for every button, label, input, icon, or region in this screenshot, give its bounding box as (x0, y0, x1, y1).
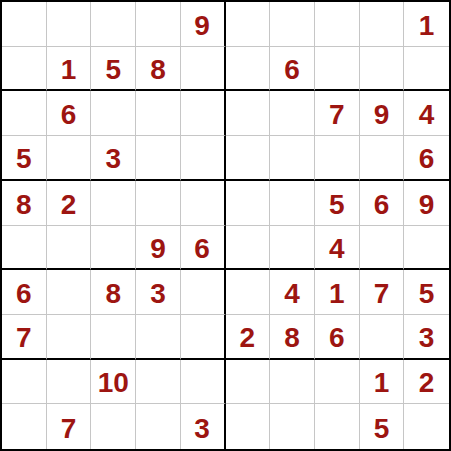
cell-r9-c4-empty[interactable] (136, 360, 181, 405)
cell-r10-c4-empty[interactable] (136, 404, 181, 449)
cell-r7-c8-given[interactable]: 1 (315, 270, 360, 315)
cell-r5-c1-given[interactable]: 8 (2, 181, 47, 226)
cell-r8-c8-given[interactable]: 6 (315, 315, 360, 360)
cell-r1-c6-empty[interactable] (226, 2, 271, 47)
cell-r3-c6-empty[interactable] (226, 91, 271, 136)
cell-r6-c10-empty[interactable] (404, 226, 449, 271)
cell-r8-c10-given[interactable]: 3 (404, 315, 449, 360)
cell-r2-c8-empty[interactable] (315, 47, 360, 92)
cell-r8-c4-empty[interactable] (136, 315, 181, 360)
cell-r10-c8-empty[interactable] (315, 404, 360, 449)
cell-r4-c5-empty[interactable] (181, 136, 226, 181)
cell-r4-c9-empty[interactable] (360, 136, 405, 181)
cell-r4-c7-empty[interactable] (270, 136, 315, 181)
cell-r1-c3-empty[interactable] (91, 2, 136, 47)
cell-r3-c9-given[interactable]: 9 (360, 91, 405, 136)
cell-r6-c6-empty[interactable] (226, 226, 271, 271)
cell-r1-c4-empty[interactable] (136, 2, 181, 47)
cell-r4-c1-given[interactable]: 5 (2, 136, 47, 181)
cell-r5-c2-given[interactable]: 2 (47, 181, 92, 226)
cell-r7-c9-given[interactable]: 7 (360, 270, 405, 315)
cell-r5-c8-given[interactable]: 5 (315, 181, 360, 226)
cell-r2-c9-empty[interactable] (360, 47, 405, 92)
cell-r2-c3-given[interactable]: 5 (91, 47, 136, 92)
cell-r7-c2-empty[interactable] (47, 270, 92, 315)
cell-r4-c4-empty[interactable] (136, 136, 181, 181)
cell-r9-c5-empty[interactable] (181, 360, 226, 405)
cell-r6-c3-empty[interactable] (91, 226, 136, 271)
cell-r8-c3-empty[interactable] (91, 315, 136, 360)
cell-r7-c7-given[interactable]: 4 (270, 270, 315, 315)
cell-r10-c10-empty[interactable] (404, 404, 449, 449)
cell-r5-c7-empty[interactable] (270, 181, 315, 226)
cell-r9-c3-given[interactable]: 10 (91, 360, 136, 405)
cell-r5-c9-given[interactable]: 6 (360, 181, 405, 226)
cell-r2-c7-given[interactable]: 6 (270, 47, 315, 92)
cell-r6-c4-given[interactable]: 9 (136, 226, 181, 271)
cell-r10-c1-empty[interactable] (2, 404, 47, 449)
cell-r6-c1-empty[interactable] (2, 226, 47, 271)
cell-r7-c6-empty[interactable] (226, 270, 271, 315)
cell-r7-c4-given[interactable]: 3 (136, 270, 181, 315)
cell-r2-c5-empty[interactable] (181, 47, 226, 92)
cell-r6-c2-empty[interactable] (47, 226, 92, 271)
cell-r3-c1-empty[interactable] (2, 91, 47, 136)
cell-r10-c9-given[interactable]: 5 (360, 404, 405, 449)
cell-r4-c10-given[interactable]: 6 (404, 136, 449, 181)
cell-r10-c2-given[interactable]: 7 (47, 404, 92, 449)
cell-r3-c4-empty[interactable] (136, 91, 181, 136)
cell-r8-c2-empty[interactable] (47, 315, 92, 360)
cell-r7-c1-given[interactable]: 6 (2, 270, 47, 315)
cell-r8-c5-empty[interactable] (181, 315, 226, 360)
cell-r9-c1-empty[interactable] (2, 360, 47, 405)
cell-r4-c6-empty[interactable] (226, 136, 271, 181)
cell-r8-c7-given[interactable]: 8 (270, 315, 315, 360)
cell-r1-c10-given[interactable]: 1 (404, 2, 449, 47)
cell-r7-c10-given[interactable]: 5 (404, 270, 449, 315)
cell-r2-c4-given[interactable]: 8 (136, 47, 181, 92)
cell-r1-c1-empty[interactable] (2, 2, 47, 47)
cell-r3-c10-given[interactable]: 4 (404, 91, 449, 136)
cell-r3-c2-given[interactable]: 6 (47, 91, 92, 136)
cell-r5-c5-empty[interactable] (181, 181, 226, 226)
cell-r3-c7-empty[interactable] (270, 91, 315, 136)
cell-r3-c5-empty[interactable] (181, 91, 226, 136)
cell-r9-c6-empty[interactable] (226, 360, 271, 405)
cell-r2-c10-empty[interactable] (404, 47, 449, 92)
cell-r5-c3-empty[interactable] (91, 181, 136, 226)
cell-r9-c9-given[interactable]: 1 (360, 360, 405, 405)
cell-r6-c9-empty[interactable] (360, 226, 405, 271)
cell-r9-c7-empty[interactable] (270, 360, 315, 405)
cell-r1-c9-empty[interactable] (360, 2, 405, 47)
cell-r10-c7-empty[interactable] (270, 404, 315, 449)
cell-r4-c8-empty[interactable] (315, 136, 360, 181)
cell-r4-c2-empty[interactable] (47, 136, 92, 181)
cell-r7-c3-given[interactable]: 8 (91, 270, 136, 315)
cell-r10-c5-given[interactable]: 3 (181, 404, 226, 449)
cell-r1-c2-empty[interactable] (47, 2, 92, 47)
cell-r7-c5-empty[interactable] (181, 270, 226, 315)
cell-r1-c5-given[interactable]: 9 (181, 2, 226, 47)
cell-r2-c6-empty[interactable] (226, 47, 271, 92)
cell-r10-c3-empty[interactable] (91, 404, 136, 449)
cell-r1-c7-empty[interactable] (270, 2, 315, 47)
cell-r5-c4-empty[interactable] (136, 181, 181, 226)
cell-r5-c6-empty[interactable] (226, 181, 271, 226)
cell-r6-c8-given[interactable]: 4 (315, 226, 360, 271)
cell-r9-c8-empty[interactable] (315, 360, 360, 405)
cell-r9-c2-empty[interactable] (47, 360, 92, 405)
cell-r8-c1-given[interactable]: 7 (2, 315, 47, 360)
sudoku-board: 9115866794536825699646834175728631012735 (0, 0, 451, 451)
cell-r1-c8-empty[interactable] (315, 2, 360, 47)
cell-r9-c10-given[interactable]: 2 (404, 360, 449, 405)
cell-r10-c6-empty[interactable] (226, 404, 271, 449)
cell-r2-c2-given[interactable]: 1 (47, 47, 92, 92)
cell-r4-c3-given[interactable]: 3 (91, 136, 136, 181)
cell-r2-c1-empty[interactable] (2, 47, 47, 92)
cell-r3-c8-given[interactable]: 7 (315, 91, 360, 136)
cell-r6-c7-empty[interactable] (270, 226, 315, 271)
cell-r3-c3-empty[interactable] (91, 91, 136, 136)
cell-r8-c6-given[interactable]: 2 (226, 315, 271, 360)
cell-r5-c10-given[interactable]: 9 (404, 181, 449, 226)
cell-r8-c9-empty[interactable] (360, 315, 405, 360)
cell-r6-c5-given[interactable]: 6 (181, 226, 226, 271)
